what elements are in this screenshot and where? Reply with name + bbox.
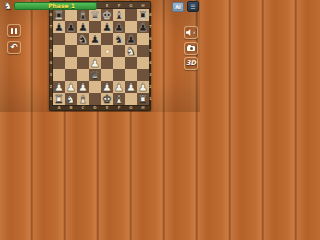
white-bishop[interactable]: ♝ bbox=[114, 94, 124, 105]
black-pawn[interactable]: ♟ bbox=[90, 34, 100, 45]
black-pawn[interactable]: ♟ bbox=[66, 22, 76, 33]
white-pawn[interactable]: ♟ bbox=[78, 82, 88, 93]
move-hint-dot bbox=[106, 50, 109, 53]
square-h8[interactable]: ♜ bbox=[137, 9, 149, 21]
square-h2[interactable]: ♟ bbox=[137, 81, 149, 93]
rank-labels-right: 87654321 bbox=[149, 9, 151, 105]
square-a4[interactable] bbox=[53, 57, 65, 69]
black-pawn[interactable]: ♟ bbox=[126, 34, 136, 45]
square-h3[interactable] bbox=[137, 69, 149, 81]
square-e1[interactable]: ♚ bbox=[101, 93, 113, 105]
rank-label-7: 7 bbox=[149, 21, 152, 33]
white-knight[interactable]: ♞ bbox=[66, 94, 76, 105]
square-c4[interactable] bbox=[77, 57, 89, 69]
square-g6[interactable]: ♟ bbox=[125, 33, 137, 45]
black-king[interactable]: ♚ bbox=[102, 10, 112, 21]
square-b8[interactable] bbox=[65, 9, 77, 21]
black-pawn[interactable]: ♟ bbox=[114, 22, 124, 33]
menu-button[interactable]: ☰ bbox=[187, 1, 199, 12]
ai-opponent-chip[interactable]: AI bbox=[172, 2, 184, 12]
phase-banner-label: Phase 1 bbox=[48, 3, 75, 9]
white-pawn[interactable]: ♟ bbox=[54, 82, 64, 93]
square-c1[interactable]: ♝ bbox=[77, 93, 89, 105]
square-f3[interactable] bbox=[113, 69, 125, 81]
square-a6[interactable] bbox=[53, 33, 65, 45]
camera-icon bbox=[187, 46, 195, 51]
rank-label-6: 6 bbox=[149, 33, 152, 45]
board-grid[interactable]: ♜♝♛♚♝♜♟♟♟♟♟♟♞♟♞♟♞♟♛♟♟♟♟♟♟♟♜♞♝♚♝♜ bbox=[53, 9, 149, 105]
square-c5[interactable] bbox=[77, 45, 89, 57]
square-b2[interactable]: ♟ bbox=[65, 81, 77, 93]
rank-label-1: 1 bbox=[149, 93, 152, 105]
black-bishop[interactable]: ♝ bbox=[114, 10, 124, 21]
file-label-a: A bbox=[53, 105, 65, 111]
square-d3[interactable]: ♛ bbox=[89, 69, 101, 81]
square-f2[interactable]: ♟ bbox=[113, 81, 125, 93]
white-king[interactable]: ♚ bbox=[102, 94, 112, 105]
file-label-g: G bbox=[125, 105, 137, 111]
square-a8[interactable]: ♜ bbox=[53, 9, 65, 21]
white-knight[interactable]: ♞ bbox=[126, 46, 136, 57]
file-label-c: C bbox=[77, 105, 89, 111]
phase-banner: Phase 1 bbox=[14, 2, 97, 10]
square-f4[interactable] bbox=[113, 57, 125, 69]
square-d5[interactable] bbox=[89, 45, 101, 57]
square-b5[interactable] bbox=[65, 45, 77, 57]
white-pawn[interactable]: ♟ bbox=[126, 82, 136, 93]
rank-label-5: 5 bbox=[149, 45, 152, 57]
square-e3[interactable] bbox=[101, 69, 113, 81]
square-d2[interactable] bbox=[89, 81, 101, 93]
file-label-b: B bbox=[65, 105, 77, 111]
white-queen[interactable]: ♛ bbox=[90, 70, 100, 81]
black-rook[interactable]: ♜ bbox=[138, 10, 148, 21]
black-bishop[interactable]: ♝ bbox=[78, 10, 88, 21]
square-d6[interactable]: ♟ bbox=[89, 33, 101, 45]
speaker-icon bbox=[186, 29, 192, 36]
square-f1[interactable]: ♝ bbox=[113, 93, 125, 105]
file-labels-bottom: ABCDEFGH bbox=[53, 105, 149, 111]
black-rook[interactable]: ♜ bbox=[54, 10, 64, 21]
square-g3[interactable] bbox=[125, 69, 137, 81]
black-knight[interactable]: ♞ bbox=[78, 34, 88, 45]
square-g4[interactable] bbox=[125, 57, 137, 69]
black-pawn[interactable]: ♟ bbox=[54, 22, 64, 33]
file-label-g: G bbox=[125, 2, 137, 9]
square-e4[interactable] bbox=[101, 57, 113, 69]
square-d7[interactable] bbox=[89, 21, 101, 33]
file-label-f: F bbox=[113, 105, 125, 111]
menu-icon: ☰ bbox=[190, 3, 195, 10]
square-b7[interactable]: ♟ bbox=[65, 21, 77, 33]
square-h7[interactable]: ♟ bbox=[137, 21, 149, 33]
square-f5[interactable] bbox=[113, 45, 125, 57]
square-f7[interactable]: ♟ bbox=[113, 21, 125, 33]
square-b4[interactable] bbox=[65, 57, 77, 69]
rank-label-2: 2 bbox=[149, 81, 152, 93]
square-a7[interactable]: ♟ bbox=[53, 21, 65, 33]
file-label-e: E bbox=[101, 105, 113, 111]
square-h4[interactable] bbox=[137, 57, 149, 69]
3d-view-button[interactable]: 3D bbox=[184, 57, 198, 70]
black-pawn[interactable]: ♟ bbox=[78, 22, 88, 33]
square-d1[interactable] bbox=[89, 93, 101, 105]
square-a3[interactable] bbox=[53, 69, 65, 81]
file-label-h: H bbox=[137, 105, 149, 111]
square-b3[interactable] bbox=[65, 69, 77, 81]
rank-label-3: 3 bbox=[149, 69, 152, 81]
white-pawn[interactable]: ♟ bbox=[114, 82, 124, 93]
black-knight[interactable]: ♞ bbox=[114, 34, 124, 45]
rank-label-4: 4 bbox=[149, 57, 152, 69]
mute-x-icon: × bbox=[193, 31, 196, 35]
square-b6[interactable] bbox=[65, 33, 77, 45]
square-a2[interactable]: ♟ bbox=[53, 81, 65, 93]
square-g7[interactable] bbox=[125, 21, 137, 33]
square-e2[interactable]: ♟ bbox=[101, 81, 113, 93]
white-rook[interactable]: ♜ bbox=[138, 94, 148, 105]
black-pawn[interactable]: ♟ bbox=[102, 22, 112, 33]
square-d8[interactable]: ♛ bbox=[89, 9, 101, 21]
white-bishop[interactable]: ♝ bbox=[78, 94, 88, 105]
white-pawn[interactable]: ♟ bbox=[102, 82, 112, 93]
square-e6[interactable] bbox=[101, 33, 113, 45]
white-pawn[interactable]: ♟ bbox=[138, 82, 148, 93]
square-c6[interactable]: ♞ bbox=[77, 33, 89, 45]
square-g8[interactable] bbox=[125, 9, 137, 21]
sound-mute-button[interactable]: × bbox=[184, 26, 198, 39]
square-e7[interactable]: ♟ bbox=[101, 21, 113, 33]
file-label-e: E bbox=[101, 2, 113, 9]
square-c7[interactable]: ♟ bbox=[77, 21, 89, 33]
square-c3[interactable] bbox=[77, 69, 89, 81]
camera-screenshot-button[interactable] bbox=[184, 42, 198, 55]
undo-button[interactable]: ↶ bbox=[7, 41, 21, 54]
square-d4[interactable]: ♟ bbox=[89, 57, 101, 69]
white-pawn[interactable]: ♟ bbox=[66, 82, 76, 93]
square-e8[interactable]: ♚ bbox=[101, 9, 113, 21]
square-a1[interactable]: ♜ bbox=[53, 93, 65, 105]
square-g5[interactable]: ♞ bbox=[125, 45, 137, 57]
square-f6[interactable]: ♞ bbox=[113, 33, 125, 45]
square-g2[interactable]: ♟ bbox=[125, 81, 137, 93]
file-label-f: F bbox=[113, 2, 125, 9]
undo-arrow-icon: ↶ bbox=[10, 43, 18, 52]
square-e5[interactable] bbox=[101, 45, 113, 57]
3d-label: 3D bbox=[186, 60, 196, 67]
square-b1[interactable]: ♞ bbox=[65, 93, 77, 105]
square-c2[interactable]: ♟ bbox=[77, 81, 89, 93]
square-h5[interactable] bbox=[137, 45, 149, 57]
square-g1[interactable] bbox=[125, 93, 137, 105]
square-h1[interactable]: ♜ bbox=[137, 93, 149, 105]
black-pawn[interactable]: ♟ bbox=[138, 22, 148, 33]
file-label-h: H bbox=[137, 2, 149, 9]
rank-label-8: 8 bbox=[149, 9, 152, 21]
pause-button[interactable] bbox=[7, 24, 21, 37]
square-h6[interactable] bbox=[137, 33, 149, 45]
square-a5[interactable] bbox=[53, 45, 65, 57]
chess-board: ABCDEFGH 87654321 ♜♝♛♚♝♜♟♟♟♟♟♟♞♟♞♟♞♟♛♟♟♟… bbox=[49, 1, 151, 111]
square-f8[interactable]: ♝ bbox=[113, 9, 125, 21]
white-pawn[interactable]: ♟ bbox=[90, 58, 100, 69]
pause-icon bbox=[11, 28, 13, 34]
player-knight-badge-icon: ♞ bbox=[2, 0, 14, 12]
white-rook[interactable]: ♜ bbox=[54, 94, 64, 105]
black-queen[interactable]: ♛ bbox=[90, 10, 100, 21]
square-c8[interactable]: ♝ bbox=[77, 9, 89, 21]
file-label-d: D bbox=[89, 105, 101, 111]
